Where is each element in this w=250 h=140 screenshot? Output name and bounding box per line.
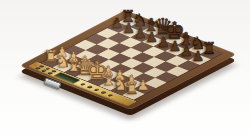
panel-button-right-2[interactable]	[86, 86, 92, 89]
panel-button-right-1[interactable]	[80, 83, 86, 86]
chess-board-frame: ♜♞♝♛♚♝♞♜♟♟♟♟♟♟♟♟♟♟♟♟♟♟♟♟♜♞♝♛♚♝♞♜	[19, 10, 236, 110]
panel-button-right-3[interactable]	[93, 88, 99, 91]
panel-button-left-6[interactable]	[47, 72, 53, 75]
scene: ♜♞♝♛♚♝♞♜♟♟♟♟♟♟♟♟♟♟♟♟♟♟♟♟♜♞♝♛♚♝♞♜	[0, 0, 250, 140]
panel-button-left-5[interactable]	[41, 69, 47, 72]
panel-button-right-5[interactable]	[107, 94, 113, 97]
panel-button-left-4[interactable]	[35, 67, 41, 70]
panel-button-right-4[interactable]	[100, 91, 106, 94]
